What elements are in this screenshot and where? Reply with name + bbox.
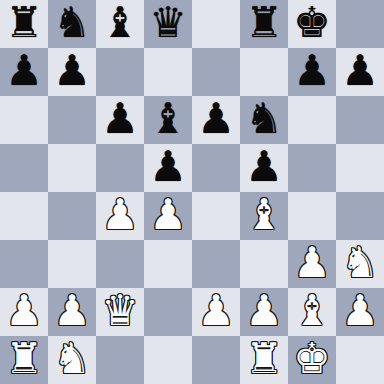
square-h6[interactable] bbox=[336, 96, 384, 144]
piece-black-knight[interactable]: ♞ bbox=[245, 95, 283, 143]
chess-board-container: ♜♞♝♛♜♚♟♟♟♟♟♝♟♞♟♟♟♟♝♟♞♟♟♛♟♟♝♟♜♞♜♚ bbox=[0, 0, 384, 384]
square-b6[interactable] bbox=[48, 96, 96, 144]
square-c7[interactable] bbox=[96, 48, 144, 96]
square-h7[interactable]: ♟ bbox=[336, 48, 384, 96]
square-b3[interactable] bbox=[48, 240, 96, 288]
square-e5[interactable] bbox=[192, 144, 240, 192]
square-e2[interactable]: ♟ bbox=[192, 288, 240, 336]
square-e8[interactable] bbox=[192, 0, 240, 48]
square-d5[interactable]: ♟ bbox=[144, 144, 192, 192]
square-f1[interactable]: ♜ bbox=[240, 336, 288, 384]
square-d6[interactable]: ♝ bbox=[144, 96, 192, 144]
piece-white-knight[interactable]: ♞ bbox=[53, 335, 91, 383]
square-f4[interactable]: ♝ bbox=[240, 192, 288, 240]
piece-black-bishop[interactable]: ♝ bbox=[149, 95, 187, 143]
piece-white-pawn[interactable]: ♟ bbox=[5, 287, 43, 335]
square-f3[interactable] bbox=[240, 240, 288, 288]
square-b5[interactable] bbox=[48, 144, 96, 192]
square-a8[interactable]: ♜ bbox=[0, 0, 48, 48]
square-h2[interactable]: ♟ bbox=[336, 288, 384, 336]
square-d4[interactable]: ♟ bbox=[144, 192, 192, 240]
square-b7[interactable]: ♟ bbox=[48, 48, 96, 96]
square-g8[interactable]: ♚ bbox=[288, 0, 336, 48]
piece-black-bishop[interactable]: ♝ bbox=[101, 0, 139, 47]
piece-white-rook[interactable]: ♜ bbox=[245, 335, 283, 383]
square-c1[interactable] bbox=[96, 336, 144, 384]
square-f5[interactable]: ♟ bbox=[240, 144, 288, 192]
piece-white-pawn[interactable]: ♟ bbox=[53, 287, 91, 335]
square-h4[interactable] bbox=[336, 192, 384, 240]
piece-black-queen[interactable]: ♛ bbox=[149, 0, 187, 47]
square-a2[interactable]: ♟ bbox=[0, 288, 48, 336]
piece-white-pawn[interactable]: ♟ bbox=[245, 287, 283, 335]
square-g6[interactable] bbox=[288, 96, 336, 144]
square-h3[interactable]: ♞ bbox=[336, 240, 384, 288]
square-g3[interactable]: ♟ bbox=[288, 240, 336, 288]
piece-black-pawn[interactable]: ♟ bbox=[293, 47, 331, 95]
square-b8[interactable]: ♞ bbox=[48, 0, 96, 48]
square-a3[interactable] bbox=[0, 240, 48, 288]
piece-white-queen[interactable]: ♛ bbox=[101, 287, 139, 335]
square-c8[interactable]: ♝ bbox=[96, 0, 144, 48]
square-b4[interactable] bbox=[48, 192, 96, 240]
square-g2[interactable]: ♝ bbox=[288, 288, 336, 336]
square-c4[interactable]: ♟ bbox=[96, 192, 144, 240]
square-a7[interactable]: ♟ bbox=[0, 48, 48, 96]
piece-white-bishop[interactable]: ♝ bbox=[293, 287, 331, 335]
piece-black-pawn[interactable]: ♟ bbox=[341, 47, 379, 95]
square-d3[interactable] bbox=[144, 240, 192, 288]
piece-white-pawn[interactable]: ♟ bbox=[197, 287, 235, 335]
piece-white-pawn[interactable]: ♟ bbox=[293, 239, 331, 287]
square-c6[interactable]: ♟ bbox=[96, 96, 144, 144]
square-e3[interactable] bbox=[192, 240, 240, 288]
square-e4[interactable] bbox=[192, 192, 240, 240]
square-c3[interactable] bbox=[96, 240, 144, 288]
square-h8[interactable] bbox=[336, 0, 384, 48]
piece-white-pawn[interactable]: ♟ bbox=[101, 191, 139, 239]
piece-black-knight[interactable]: ♞ bbox=[53, 0, 91, 47]
square-g4[interactable] bbox=[288, 192, 336, 240]
piece-black-pawn[interactable]: ♟ bbox=[5, 47, 43, 95]
square-e7[interactable] bbox=[192, 48, 240, 96]
square-a6[interactable] bbox=[0, 96, 48, 144]
square-d7[interactable] bbox=[144, 48, 192, 96]
piece-black-pawn[interactable]: ♟ bbox=[197, 95, 235, 143]
square-f2[interactable]: ♟ bbox=[240, 288, 288, 336]
square-e6[interactable]: ♟ bbox=[192, 96, 240, 144]
square-b1[interactable]: ♞ bbox=[48, 336, 96, 384]
square-h1[interactable] bbox=[336, 336, 384, 384]
square-h5[interactable] bbox=[336, 144, 384, 192]
piece-black-rook[interactable]: ♜ bbox=[245, 0, 283, 47]
piece-white-pawn[interactable]: ♟ bbox=[341, 287, 379, 335]
square-d1[interactable] bbox=[144, 336, 192, 384]
piece-black-king[interactable]: ♚ bbox=[293, 0, 331, 47]
square-a4[interactable] bbox=[0, 192, 48, 240]
piece-black-pawn[interactable]: ♟ bbox=[53, 47, 91, 95]
square-e1[interactable] bbox=[192, 336, 240, 384]
square-a5[interactable] bbox=[0, 144, 48, 192]
square-g1[interactable]: ♚ bbox=[288, 336, 336, 384]
square-g7[interactable]: ♟ bbox=[288, 48, 336, 96]
square-f7[interactable] bbox=[240, 48, 288, 96]
square-b2[interactable]: ♟ bbox=[48, 288, 96, 336]
piece-black-pawn[interactable]: ♟ bbox=[101, 95, 139, 143]
square-c5[interactable] bbox=[96, 144, 144, 192]
square-f6[interactable]: ♞ bbox=[240, 96, 288, 144]
piece-black-pawn[interactable]: ♟ bbox=[245, 143, 283, 191]
piece-white-king[interactable]: ♚ bbox=[293, 335, 331, 383]
chess-board: ♜♞♝♛♜♚♟♟♟♟♟♝♟♞♟♟♟♟♝♟♞♟♟♛♟♟♝♟♜♞♜♚ bbox=[0, 0, 384, 384]
square-a1[interactable]: ♜ bbox=[0, 336, 48, 384]
piece-black-pawn[interactable]: ♟ bbox=[149, 143, 187, 191]
piece-white-rook[interactable]: ♜ bbox=[5, 335, 43, 383]
piece-black-rook[interactable]: ♜ bbox=[5, 0, 43, 47]
square-f8[interactable]: ♜ bbox=[240, 0, 288, 48]
piece-white-pawn[interactable]: ♟ bbox=[149, 191, 187, 239]
square-d8[interactable]: ♛ bbox=[144, 0, 192, 48]
piece-white-knight[interactable]: ♞ bbox=[341, 239, 379, 287]
square-g5[interactable] bbox=[288, 144, 336, 192]
square-c2[interactable]: ♛ bbox=[96, 288, 144, 336]
square-d2[interactable] bbox=[144, 288, 192, 336]
piece-white-bishop[interactable]: ♝ bbox=[245, 191, 283, 239]
